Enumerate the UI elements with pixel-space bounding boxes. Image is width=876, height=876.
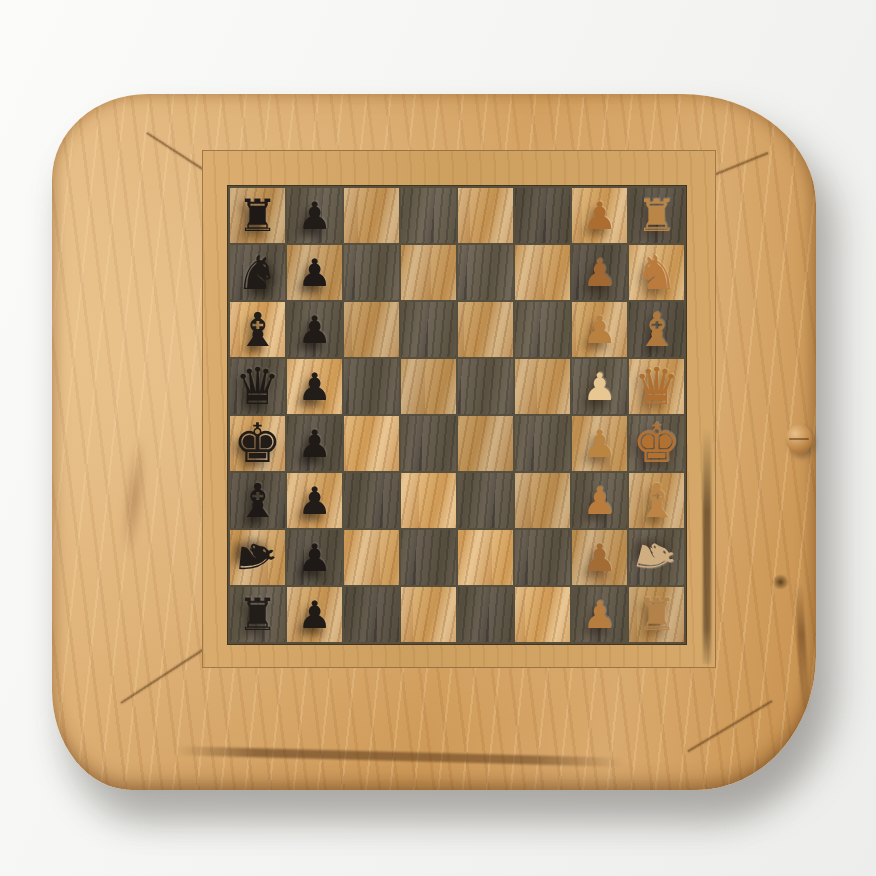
square-b2[interactable]: ♟ [287,245,342,300]
white-queen[interactable]: ♛ [629,359,684,414]
white-pawn[interactable]: ♟ [572,587,627,642]
white-pawn[interactable]: ♟ [572,473,627,528]
square-c2[interactable] [344,245,399,300]
piece-glyph: ♟ [582,254,616,292]
piece-glyph: ♟ [297,596,331,634]
square-c4[interactable] [344,359,399,414]
piece-glyph: ♝ [635,477,677,524]
piece-glyph: ♟ [582,311,616,349]
white-pawn[interactable]: ♟ [572,245,627,300]
square-a4[interactable]: ♛ [230,359,285,414]
black-rook[interactable]: ♜ [230,587,285,642]
black-pawn[interactable]: ♟ [287,416,342,471]
white-bishop[interactable]: ♝ [629,473,684,528]
square-b8[interactable]: ♟ [287,587,342,642]
square-d4[interactable] [401,359,456,414]
square-g7[interactable]: ♟ [572,530,627,585]
black-pawn[interactable]: ♟ [287,359,342,414]
black-rook[interactable]: ♜ [230,188,285,243]
square-f5[interactable] [515,416,570,471]
square-h4[interactable]: ♛ [629,359,684,414]
square-h3[interactable]: ♝ [629,302,684,357]
white-king[interactable]: ♚ [629,416,684,471]
piece-glyph: ♟ [582,596,616,634]
piece-glyph: ♚ [233,417,281,471]
piece-glyph: ♟ [297,368,331,406]
square-g5[interactable]: ♟ [572,416,627,471]
piece-glyph: ♞ [232,534,283,581]
piece-glyph: ♟ [297,197,331,235]
square-a3[interactable]: ♝ [230,302,285,357]
square-f7[interactable] [515,530,570,585]
square-d5[interactable] [401,416,456,471]
square-g2[interactable]: ♟ [572,245,627,300]
piece-glyph: ♟ [297,311,331,349]
square-a8[interactable]: ♜ [230,587,285,642]
square-e5[interactable] [458,416,513,471]
square-f1[interactable] [515,188,570,243]
piece-glyph: ♞ [628,531,684,584]
square-a2[interactable]: ♞ [230,245,285,300]
white-knight-fallen[interactable]: ♞ [629,530,684,585]
square-c5[interactable] [344,416,399,471]
piece-glyph: ♝ [635,306,677,353]
piece-glyph: ♟ [297,254,331,292]
square-d3[interactable] [401,302,456,357]
square-a1[interactable]: ♜ [230,188,285,243]
piece-glyph: ♞ [236,249,278,296]
square-d6[interactable] [401,473,456,528]
piece-glyph: ♟ [582,539,616,577]
white-rook[interactable]: ♜ [629,188,684,243]
white-bishop[interactable]: ♝ [629,302,684,357]
square-h2[interactable]: ♞ [629,245,684,300]
black-pawn[interactable]: ♟ [287,587,342,642]
piece-glyph: ♚ [632,417,680,471]
black-pawn[interactable]: ♟ [287,530,342,585]
black-knight[interactable]: ♞ [230,245,285,300]
square-e6[interactable] [458,473,513,528]
wood-knot [772,574,789,590]
square-b7[interactable]: ♟ [287,530,342,585]
square-f3[interactable] [515,302,570,357]
square-g1[interactable]: ♟ [572,188,627,243]
board-panel-gap-shadow [703,428,711,664]
square-c6[interactable] [344,473,399,528]
square-f2[interactable] [515,245,570,300]
square-h1[interactable]: ♜ [629,188,684,243]
square-d1[interactable] [401,188,456,243]
square-c1[interactable] [344,188,399,243]
square-b1[interactable]: ♟ [287,188,342,243]
piece-glyph: ♟ [582,425,616,463]
square-c7[interactable] [344,530,399,585]
piece-glyph: ♜ [237,592,277,637]
black-pawn[interactable]: ♟ [287,245,342,300]
white-rook[interactable]: ♜ [629,587,684,642]
square-g6[interactable]: ♟ [572,473,627,528]
white-pawn[interactable]: ♟ [572,359,627,414]
square-g3[interactable]: ♟ [572,302,627,357]
piece-glyph: ♜ [636,592,676,637]
black-pawn[interactable]: ♟ [287,473,342,528]
square-d8[interactable] [401,587,456,642]
piece-glyph: ♟ [582,368,616,406]
square-b3[interactable]: ♟ [287,302,342,357]
square-c3[interactable] [344,302,399,357]
piece-glyph: ♟ [582,482,616,520]
piece-glyph: ♟ [297,482,331,520]
black-queen[interactable]: ♛ [230,359,285,414]
piece-glyph: ♛ [634,361,680,412]
square-h7[interactable]: ♞ [629,530,684,585]
square-b6[interactable]: ♟ [287,473,342,528]
square-h6[interactable]: ♝ [629,473,684,528]
square-h5[interactable]: ♚ [629,416,684,471]
black-pawn[interactable]: ♟ [287,188,342,243]
product-photo-chess-table: ♜♟♟♜♞♟♟♞♝♟♟♝♛♟♟♛♚♟♟♚♝♟♟♝♞♟♟♞♜♟♟♜ [0,0,876,876]
square-e8[interactable] [458,587,513,642]
square-g8[interactable]: ♟ [572,587,627,642]
square-h8[interactable]: ♜ [629,587,684,642]
white-pawn[interactable]: ♟ [572,416,627,471]
square-e3[interactable] [458,302,513,357]
white-pawn[interactable]: ♟ [572,530,627,585]
square-g4[interactable]: ♟ [572,359,627,414]
piece-glyph: ♜ [636,193,676,238]
piece-glyph: ♟ [582,197,616,235]
black-bishop[interactable]: ♝ [230,473,285,528]
piece-glyph: ♟ [297,425,331,463]
square-e7[interactable] [458,530,513,585]
black-king[interactable]: ♚ [230,416,285,471]
square-d7[interactable] [401,530,456,585]
drawer-knob[interactable] [786,424,812,454]
square-e2[interactable] [458,245,513,300]
piece-glyph: ♝ [236,477,278,524]
square-d2[interactable] [401,245,456,300]
piece-glyph: ♛ [235,361,281,412]
white-pawn[interactable]: ♟ [572,188,627,243]
square-b5[interactable]: ♟ [287,416,342,471]
square-a6[interactable]: ♝ [230,473,285,528]
black-knight-fallen[interactable]: ♞ [230,530,285,585]
white-knight[interactable]: ♞ [629,245,684,300]
square-e4[interactable] [458,359,513,414]
piece-glyph: ♞ [635,249,677,296]
square-a5[interactable]: ♚ [230,416,285,471]
square-b4[interactable]: ♟ [287,359,342,414]
square-e1[interactable] [458,188,513,243]
piece-glyph: ♝ [236,306,278,353]
square-f4[interactable] [515,359,570,414]
piece-glyph: ♜ [237,193,277,238]
wood-knot [117,433,150,562]
white-pawn[interactable]: ♟ [572,302,627,357]
square-f6[interactable] [515,473,570,528]
knob-groove [789,438,809,440]
square-c8[interactable] [344,587,399,642]
piece-glyph: ♟ [297,539,331,577]
square-f8[interactable] [515,587,570,642]
chess-board: ♜♟♟♜♞♟♟♞♝♟♟♝♛♟♟♛♚♟♟♚♝♟♟♝♞♟♟♞♜♟♟♜ [227,185,687,645]
square-a7[interactable]: ♞ [230,530,285,585]
black-pawn[interactable]: ♟ [287,302,342,357]
black-bishop[interactable]: ♝ [230,302,285,357]
